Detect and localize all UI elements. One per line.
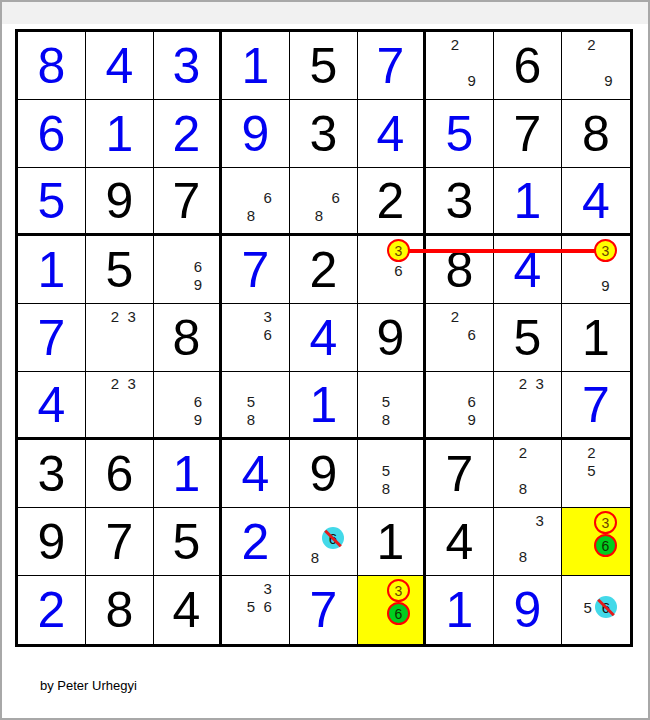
pencil-slot-6: 6 xyxy=(190,393,206,411)
candidate-r5c4-6[interactable]: 6 xyxy=(263,326,271,343)
cell-r9c1[interactable]: 2 xyxy=(18,576,86,644)
candidate-r7c8-2[interactable]: 2 xyxy=(519,444,527,461)
pencil-slot-5 xyxy=(311,189,328,207)
cell-r9c7[interactable]: 1 xyxy=(426,576,494,644)
pencil-slot-7 xyxy=(566,480,583,498)
candidate-r7c9-2[interactable]: 2 xyxy=(587,444,595,461)
cell-r5c3[interactable]: 8 xyxy=(154,304,222,372)
pencil-slot-1 xyxy=(90,375,107,393)
given-digit: 2 xyxy=(154,100,219,167)
pencil-slot-8: 8 xyxy=(243,206,260,224)
pencil-slot-5 xyxy=(174,257,190,275)
candidate-r4c9-3[interactable]: 3 xyxy=(594,239,617,262)
cell-r8c7[interactable]: 4 xyxy=(426,508,494,576)
cell-r2c4[interactable]: 9 xyxy=(222,100,290,168)
pencil-slot-1 xyxy=(226,375,243,393)
cell-r3c6[interactable]: 2 xyxy=(358,168,426,236)
pencil-slot-7 xyxy=(158,410,174,428)
pencil-slot-7 xyxy=(430,410,447,428)
cell-r9c9[interactable]: 56 xyxy=(562,576,630,644)
candidate-r6c8-3[interactable]: 3 xyxy=(535,375,543,392)
pencil-slot-9 xyxy=(327,206,344,224)
candidate-r4c6-3[interactable]: 3 xyxy=(387,239,410,262)
pencil-slot-5 xyxy=(515,393,532,411)
cell-r1c5[interactable]: 5 xyxy=(290,32,358,100)
cell-r4c7[interactable]: 8 xyxy=(426,236,494,304)
pencil-slot-4 xyxy=(226,325,243,343)
cell-r5c2[interactable]: 23 xyxy=(86,304,154,372)
pencil-slot-4 xyxy=(566,461,583,479)
pencil-slot-8 xyxy=(581,618,596,635)
app-window: 8431572962961293457859768682314156972368… xyxy=(0,0,650,720)
cell-r7c1[interactable]: 3 xyxy=(18,440,86,508)
candidate-r8c9-6[interactable]: 6 xyxy=(594,534,617,557)
pencil-slot-9 xyxy=(600,480,617,498)
pencil-slot-9 xyxy=(259,344,276,362)
pencil-slot-5 xyxy=(580,534,594,557)
pencil-slot-3 xyxy=(394,375,410,393)
cell-r6c3[interactable]: 69 xyxy=(154,372,222,440)
candidate-r6c2-3[interactable]: 3 xyxy=(127,375,135,392)
solved-digit: 5 xyxy=(290,32,357,99)
pencil-slot-3 xyxy=(531,443,548,461)
pencil-slot-1 xyxy=(294,171,311,189)
pencil-slot-4 xyxy=(566,596,581,618)
pencil-slot-2 xyxy=(243,171,260,189)
pencil-slot-8 xyxy=(583,480,600,498)
pencil-slot-9 xyxy=(531,410,548,428)
cell-r4c2[interactable]: 5 xyxy=(86,236,154,304)
given-digit: 2 xyxy=(222,508,289,575)
pencil-slot-7 xyxy=(430,72,447,90)
pencil-slot-8 xyxy=(580,277,594,294)
cell-r2c7[interactable]: 5 xyxy=(426,100,494,168)
pencil-slot-7 xyxy=(566,277,580,294)
candidate-r9c4-3[interactable]: 3 xyxy=(263,580,271,597)
pencil-slot-9 xyxy=(531,548,548,566)
pencil-slot-2 xyxy=(243,375,260,393)
pencil-slot-6 xyxy=(531,393,548,411)
candidate-r8c5-6[interactable]: 6 xyxy=(322,527,344,549)
cell-r9c4[interactable]: 356 xyxy=(222,576,290,644)
pencil-slot-3 xyxy=(463,35,480,53)
pencil-slot-2 xyxy=(378,443,394,461)
candidate-r9c6-3[interactable]: 3 xyxy=(387,579,410,602)
pencil-slot-1 xyxy=(362,579,375,602)
cell-r6c4[interactable]: 58 xyxy=(222,372,290,440)
cell-r3c2[interactable]: 9 xyxy=(86,168,154,236)
pencil-slot-2 xyxy=(580,511,594,534)
pencil-slot-7 xyxy=(566,72,583,90)
cell-r3c3[interactable]: 7 xyxy=(154,168,222,236)
pencil-slot-7 xyxy=(498,548,515,566)
candidate-r7c8-8[interactable]: 8 xyxy=(519,480,527,497)
cell-r3c9[interactable]: 4 xyxy=(562,168,630,236)
candidate-r3c5-6[interactable]: 6 xyxy=(331,189,339,206)
pencil-slot-8: 8 xyxy=(378,480,394,498)
pencil-slot-2 xyxy=(308,511,322,527)
cell-r4c4[interactable]: 7 xyxy=(222,236,290,304)
candidate-r9c4-5[interactable]: 5 xyxy=(247,598,255,615)
cell-r1c4[interactable]: 1 xyxy=(222,32,290,100)
candidate-r6c7-9[interactable]: 9 xyxy=(467,411,475,428)
pencil-slot-6 xyxy=(594,262,617,277)
pencil-slot-8 xyxy=(375,625,388,635)
pencil-slot-2 xyxy=(375,239,388,262)
cell-r2c6[interactable]: 4 xyxy=(358,100,426,168)
pencil-slot-5 xyxy=(174,393,190,411)
pencil-slot-9 xyxy=(322,549,344,566)
cell-r9c6[interactable]: 36 xyxy=(358,576,426,644)
candidate-r5c4-3[interactable]: 3 xyxy=(263,308,271,325)
pencil-slot-8 xyxy=(107,410,124,428)
solved-digit: 7 xyxy=(494,100,561,167)
pencil-slot-6: 6 xyxy=(595,596,617,618)
pencil-slot-4 xyxy=(362,461,378,479)
pencil-slot-9: 9 xyxy=(190,410,206,428)
candidate-r6c4-5[interactable]: 5 xyxy=(247,393,255,410)
pencil-slot-8: 8 xyxy=(311,206,328,224)
pencil-slot-6 xyxy=(463,53,480,71)
cell-r7c3[interactable]: 1 xyxy=(154,440,222,508)
pencil-slot-6: 6 xyxy=(190,257,206,275)
cell-r7c5[interactable]: 9 xyxy=(290,440,358,508)
pencil-slot-4 xyxy=(566,262,580,277)
pencil-slot-4 xyxy=(90,393,107,411)
cell-r6c6[interactable]: 58 xyxy=(358,372,426,440)
cell-r1c8[interactable]: 6 xyxy=(494,32,562,100)
cell-r2c3[interactable]: 2 xyxy=(154,100,222,168)
pencil-slot-5: 5 xyxy=(581,596,596,618)
candidate-r6c4-8[interactable]: 8 xyxy=(247,411,255,428)
candidate-r1c7-9[interactable]: 9 xyxy=(467,72,475,89)
candidate-r4c9-9[interactable]: 9 xyxy=(601,277,609,294)
given-digit: 5 xyxy=(426,100,493,167)
solved-digit: 7 xyxy=(426,440,493,507)
cell-r2c8[interactable]: 7 xyxy=(494,100,562,168)
pencil-slot-1 xyxy=(566,579,581,596)
pencil-slot-2 xyxy=(378,375,394,393)
cell-r2c1[interactable]: 6 xyxy=(18,100,86,168)
pencil-marks: 68 xyxy=(222,168,289,233)
pencil-slot-9 xyxy=(595,618,617,635)
cell-r2c5[interactable]: 3 xyxy=(290,100,358,168)
candidate-r8c5-8[interactable]: 8 xyxy=(311,549,319,566)
pencil-marks: 56 xyxy=(562,576,630,644)
pencil-slot-1 xyxy=(226,579,243,598)
pencil-slot-4 xyxy=(362,393,378,411)
pencil-marks: 38 xyxy=(494,508,561,575)
cell-r3c4[interactable]: 68 xyxy=(222,168,290,236)
pencil-slot-2: 2 xyxy=(447,35,464,53)
pencil-marks: 36 xyxy=(562,508,630,575)
cell-r8c6[interactable]: 1 xyxy=(358,508,426,576)
pencil-slot-5: 5 xyxy=(378,393,394,411)
cell-r4c9[interactable]: 39 xyxy=(562,236,630,304)
cell-r6c9[interactable]: 7 xyxy=(562,372,630,440)
pencil-slot-3 xyxy=(595,579,617,596)
cell-r9c2[interactable]: 8 xyxy=(86,576,154,644)
given-digit: 4 xyxy=(494,236,561,303)
candidate-r3c5-8[interactable]: 8 xyxy=(315,207,323,224)
cell-r9c5[interactable]: 7 xyxy=(290,576,358,644)
cell-r6c8[interactable]: 23 xyxy=(494,372,562,440)
pencil-slot-4 xyxy=(226,189,243,207)
cell-r3c5[interactable]: 68 xyxy=(290,168,358,236)
pencil-slot-2 xyxy=(174,239,190,257)
pencil-slot-4 xyxy=(498,461,515,479)
pencil-slot-9 xyxy=(394,480,410,498)
given-digit: 4 xyxy=(358,100,423,167)
cell-r2c2[interactable]: 1 xyxy=(86,100,154,168)
candidate-r8c8-3[interactable]: 3 xyxy=(535,512,543,529)
cell-r6c1[interactable]: 4 xyxy=(18,372,86,440)
pencil-slot-3: 3 xyxy=(259,307,276,325)
pencil-slot-2: 2 xyxy=(515,443,532,461)
cell-r4c8[interactable]: 4 xyxy=(494,236,562,304)
cell-r8c3[interactable]: 5 xyxy=(154,508,222,576)
cell-r8c4[interactable]: 2 xyxy=(222,508,290,576)
pencil-marks: 58 xyxy=(222,372,289,437)
pencil-slot-8: 8 xyxy=(515,548,532,566)
pencil-slot-1 xyxy=(430,35,447,53)
pencil-slot-7 xyxy=(430,344,447,362)
pencil-slot-7 xyxy=(362,410,378,428)
candidate-r7c6-8[interactable]: 8 xyxy=(382,480,390,497)
given-digit: 4 xyxy=(86,32,153,99)
cell-r7c7[interactable]: 7 xyxy=(426,440,494,508)
cell-r5c7[interactable]: 26 xyxy=(426,304,494,372)
cell-r7c2[interactable]: 6 xyxy=(86,440,154,508)
candidate-r1c9-9[interactable]: 9 xyxy=(604,72,612,89)
cell-r1c2[interactable]: 4 xyxy=(86,32,154,100)
pencil-slot-1 xyxy=(566,35,583,53)
pencil-slot-6: 6 xyxy=(327,189,344,207)
given-digit: 8 xyxy=(18,32,85,99)
candidate-r5c2-2[interactable]: 2 xyxy=(111,308,119,325)
pencil-slot-6: 6 xyxy=(259,598,276,617)
given-digit: 1 xyxy=(86,100,153,167)
pencil-slot-2 xyxy=(515,511,532,529)
solved-digit: 2 xyxy=(358,168,423,233)
solved-digit: 9 xyxy=(358,304,423,371)
cell-r6c2[interactable]: 23 xyxy=(86,372,154,440)
cell-r1c6[interactable]: 7 xyxy=(358,32,426,100)
candidate-r5c7-6[interactable]: 6 xyxy=(467,326,475,343)
pencil-slot-1 xyxy=(498,375,515,393)
solved-digit: 7 xyxy=(86,508,153,575)
pencil-slot-6 xyxy=(123,325,140,343)
candidate-r6c6-8[interactable]: 8 xyxy=(382,411,390,428)
solved-digit: 1 xyxy=(562,304,630,371)
pencil-slot-3: 3 xyxy=(594,239,617,262)
pencil-slot-9 xyxy=(123,344,140,362)
pencil-slot-8: 8 xyxy=(308,549,322,566)
candidate-r6c7-6[interactable]: 6 xyxy=(467,393,475,410)
pencil-slot-2: 2 xyxy=(515,375,532,393)
candidate-r6c2-2[interactable]: 2 xyxy=(111,375,119,392)
given-digit: 5 xyxy=(18,168,85,233)
pencil-slot-9: 9 xyxy=(463,72,480,90)
cell-r3c7[interactable]: 3 xyxy=(426,168,494,236)
pencil-slot-9 xyxy=(531,480,548,498)
pencil-slot-2: 2 xyxy=(583,35,600,53)
candidate-r4c3-6[interactable]: 6 xyxy=(194,258,202,275)
candidate-r3c4-8[interactable]: 8 xyxy=(247,207,255,224)
candidate-r5c2-3[interactable]: 3 xyxy=(127,308,135,325)
candidate-r9c9-5[interactable]: 5 xyxy=(584,599,592,616)
pencil-slot-3 xyxy=(600,443,617,461)
pencil-marks: 23 xyxy=(86,372,153,437)
solved-digit: 3 xyxy=(426,168,493,233)
given-digit: 4 xyxy=(18,372,85,437)
candidate-r3c4-6[interactable]: 6 xyxy=(263,189,271,206)
pencil-marks: 28 xyxy=(494,440,561,507)
cell-r5c4[interactable]: 36 xyxy=(222,304,290,372)
cell-r4c6[interactable]: 36 xyxy=(358,236,426,304)
cell-r2c9[interactable]: 8 xyxy=(562,100,630,168)
cell-r5c6[interactable]: 9 xyxy=(358,304,426,372)
pencil-slot-5 xyxy=(107,393,124,411)
pencil-slot-9 xyxy=(259,410,276,428)
cell-r9c3[interactable]: 4 xyxy=(154,576,222,644)
pencil-slot-8: 8 xyxy=(515,480,532,498)
pencil-slot-1 xyxy=(566,443,583,461)
pencil-slot-9 xyxy=(387,625,410,635)
candidate-r7c9-5[interactable]: 5 xyxy=(587,462,595,479)
pencil-slot-8 xyxy=(447,410,464,428)
cell-r4c3[interactable]: 69 xyxy=(154,236,222,304)
cell-r5c5[interactable]: 4 xyxy=(290,304,358,372)
pencil-slot-1 xyxy=(226,171,243,189)
candidate-r4c3-9[interactable]: 9 xyxy=(194,276,202,293)
pencil-slot-6: 6 xyxy=(259,189,276,207)
given-digit: 7 xyxy=(358,32,423,99)
cell-r8c5[interactable]: 68 xyxy=(290,508,358,576)
pencil-slot-3 xyxy=(190,375,206,393)
pencil-slot-3: 3 xyxy=(123,307,140,325)
pencil-slot-8 xyxy=(580,557,594,566)
pencil-slot-3 xyxy=(259,171,276,189)
given-digit: 3 xyxy=(154,32,219,99)
candidate-r5c7-2[interactable]: 2 xyxy=(451,308,459,325)
pencil-slot-5 xyxy=(375,602,388,625)
pencil-slot-4 xyxy=(566,53,583,71)
cell-r7c8[interactable]: 28 xyxy=(494,440,562,508)
given-digit: 2 xyxy=(18,576,85,644)
pencil-slot-8 xyxy=(243,344,260,362)
pencil-slot-2 xyxy=(375,579,388,602)
cell-r4c5[interactable]: 2 xyxy=(290,236,358,304)
pencil-slot-4 xyxy=(566,534,580,557)
cell-r5c9[interactable]: 1 xyxy=(562,304,630,372)
pencil-marks: 36 xyxy=(222,304,289,371)
pencil-slot-8 xyxy=(447,72,464,90)
candidate-r8c8-8[interactable]: 8 xyxy=(519,548,527,565)
solved-digit: 8 xyxy=(154,304,219,371)
cell-r8c1[interactable]: 9 xyxy=(18,508,86,576)
solved-digit: 1 xyxy=(358,508,423,575)
candidate-r6c6-5[interactable]: 5 xyxy=(382,393,390,410)
pencil-slot-3: 3 xyxy=(531,511,548,529)
pencil-slot-8 xyxy=(107,344,124,362)
cell-r8c9[interactable]: 36 xyxy=(562,508,630,576)
candidate-r4c6-6[interactable]: 6 xyxy=(394,262,402,279)
candidate-r9c4-6[interactable]: 6 xyxy=(263,598,271,615)
pencil-marks: 29 xyxy=(562,32,630,99)
candidate-r6c3-9[interactable]: 9 xyxy=(194,411,202,428)
solved-digit: 4 xyxy=(154,576,219,644)
pencil-slot-7 xyxy=(90,344,107,362)
candidate-r1c9-2[interactable]: 2 xyxy=(587,36,595,53)
cell-r1c7[interactable]: 29 xyxy=(426,32,494,100)
cell-r7c6[interactable]: 58 xyxy=(358,440,426,508)
pencil-slot-5: 5 xyxy=(378,461,394,479)
candidate-r6c3-6[interactable]: 6 xyxy=(194,393,202,410)
cell-r1c3[interactable]: 3 xyxy=(154,32,222,100)
pencil-slot-3 xyxy=(394,443,410,461)
cell-r6c7[interactable]: 69 xyxy=(426,372,494,440)
pencil-slot-3 xyxy=(322,511,344,527)
cell-r3c8[interactable]: 1 xyxy=(494,168,562,236)
candidate-r7c6-5[interactable]: 5 xyxy=(382,462,390,479)
pencil-slot-1 xyxy=(566,511,580,534)
cell-r8c2[interactable]: 7 xyxy=(86,508,154,576)
given-digit: 7 xyxy=(290,576,357,644)
cell-r7c9[interactable]: 25 xyxy=(562,440,630,508)
cell-r5c1[interactable]: 7 xyxy=(18,304,86,372)
cell-r4c1[interactable]: 1 xyxy=(18,236,86,304)
pencil-slot-2: 2 xyxy=(107,375,124,393)
pencil-slot-4 xyxy=(90,325,107,343)
pencil-slot-8 xyxy=(174,276,190,294)
pencil-slot-2 xyxy=(243,307,260,325)
candidate-r6c8-2[interactable]: 2 xyxy=(519,375,527,392)
pencil-slot-5 xyxy=(583,53,600,71)
given-digit: 1 xyxy=(494,168,561,233)
pencil-slot-9 xyxy=(259,206,276,224)
pencil-slot-4 xyxy=(158,257,174,275)
pencil-slot-3 xyxy=(463,375,480,393)
pencil-slot-2: 2 xyxy=(447,307,464,325)
candidate-r9c9-6[interactable]: 6 xyxy=(595,596,617,618)
pencil-slot-5: 5 xyxy=(583,461,600,479)
cell-r9c8[interactable]: 9 xyxy=(494,576,562,644)
pencil-marks: 68 xyxy=(290,508,357,575)
candidate-r9c6-6[interactable]: 6 xyxy=(387,602,410,625)
candidate-r1c7-2[interactable]: 2 xyxy=(451,36,459,53)
given-digit: 9 xyxy=(494,576,561,644)
cell-r1c9[interactable]: 29 xyxy=(562,32,630,100)
pencil-marks: 39 xyxy=(562,236,630,303)
pencil-slot-8 xyxy=(174,410,190,428)
solved-digit: 6 xyxy=(494,32,561,99)
cell-r1c1[interactable]: 8 xyxy=(18,32,86,100)
solved-digit: 9 xyxy=(18,508,85,575)
candidate-r8c9-3[interactable]: 3 xyxy=(594,511,617,534)
cell-r8c8[interactable]: 38 xyxy=(494,508,562,576)
pencil-slot-3: 3 xyxy=(387,579,410,602)
cell-r7c4[interactable]: 4 xyxy=(222,440,290,508)
cell-r5c8[interactable]: 5 xyxy=(494,304,562,372)
cell-r3c1[interactable]: 5 xyxy=(18,168,86,236)
cell-r6c5[interactable]: 1 xyxy=(290,372,358,440)
pencil-slot-1 xyxy=(498,443,515,461)
solved-digit: 3 xyxy=(290,100,357,167)
solved-digit: 3 xyxy=(18,440,85,507)
given-digit: 1 xyxy=(290,372,357,437)
pencil-slot-8 xyxy=(375,279,388,294)
